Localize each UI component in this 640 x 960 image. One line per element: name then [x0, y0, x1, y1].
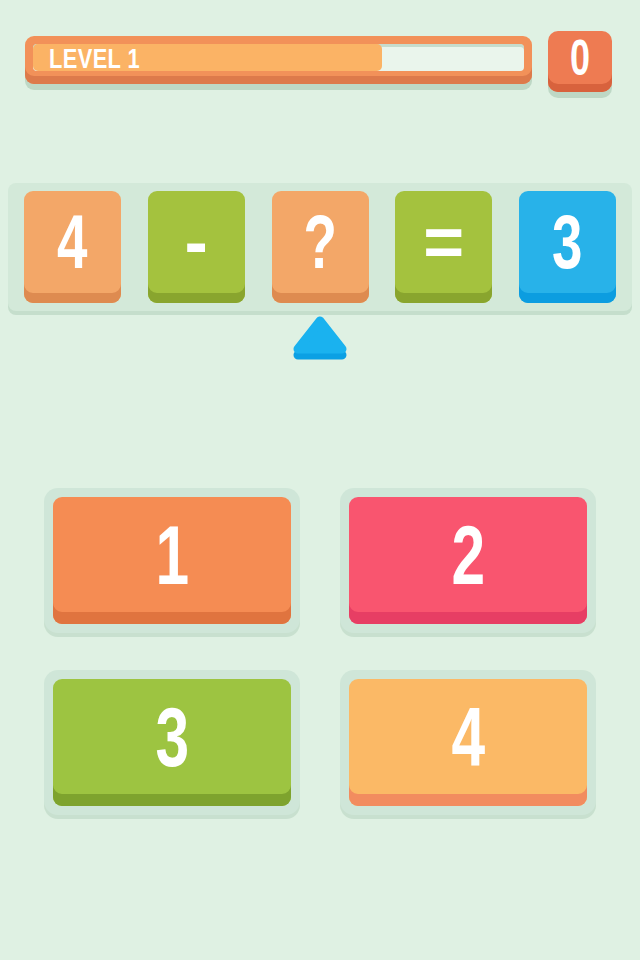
tile-label: -	[185, 207, 208, 277]
answer-label: 1	[155, 513, 189, 597]
tile-label: ?	[303, 204, 336, 280]
level-label-text: LEVEL 1	[49, 43, 140, 75]
answer-button-2[interactable]: 2	[349, 497, 587, 624]
tile-label: 4	[57, 204, 87, 280]
game-screen: LEVEL 1 0 4 - ? = 3 1 2	[0, 0, 640, 960]
answer-button-1[interactable]: 1	[53, 497, 291, 624]
equation-tile-equals: =	[395, 191, 492, 303]
equation-tile-unknown: ?	[272, 191, 369, 303]
score-box: 0	[548, 31, 612, 92]
score-value: 0	[570, 33, 590, 91]
level-progress-bar: LEVEL 1	[25, 36, 532, 84]
tile-label: 3	[552, 204, 582, 280]
answer-label: 4	[451, 695, 485, 779]
answer-card-backing: 4	[340, 670, 596, 815]
answer-label: 2	[451, 513, 485, 597]
answer-button-3[interactable]: 3	[53, 679, 291, 806]
equation-tile-operator: -	[148, 191, 245, 303]
answer-card-backing: 1	[44, 488, 300, 633]
answer-card-backing: 3	[44, 670, 300, 815]
tile-label: =	[423, 207, 464, 277]
level-label: LEVEL 1	[49, 43, 166, 75]
equation-panel: 4 - ? = 3	[8, 183, 632, 311]
answer-card-backing: 2	[340, 488, 596, 633]
answer-label: 3	[155, 695, 189, 779]
equation-tile-operand-1: 4	[24, 191, 121, 303]
answer-button-4[interactable]: 4	[349, 679, 587, 806]
pointer-triangle-icon	[288, 311, 352, 361]
equation-tile-result: 3	[519, 191, 616, 303]
